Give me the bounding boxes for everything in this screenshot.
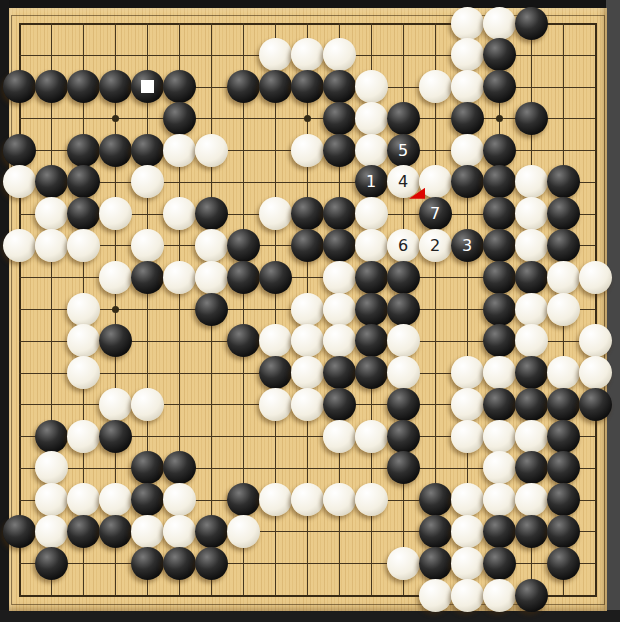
black-stone bbox=[515, 7, 548, 40]
white-stone bbox=[131, 388, 164, 421]
white-stone bbox=[99, 197, 132, 230]
black-stone bbox=[483, 229, 516, 262]
black-stone bbox=[259, 356, 292, 389]
black-stone bbox=[227, 229, 260, 262]
black-stone bbox=[259, 70, 292, 103]
black-stone bbox=[451, 165, 484, 198]
white-stone bbox=[515, 420, 548, 453]
white-stone bbox=[547, 356, 580, 389]
black-stone bbox=[3, 515, 36, 548]
white-stone bbox=[355, 134, 388, 167]
black-stone bbox=[291, 229, 324, 262]
black-stone bbox=[515, 261, 548, 294]
white-stone bbox=[451, 547, 484, 580]
move-number-label: 2 bbox=[419, 229, 452, 262]
black-stone bbox=[323, 356, 356, 389]
black-stone bbox=[483, 165, 516, 198]
black-stone bbox=[227, 324, 260, 357]
black-stone bbox=[547, 165, 580, 198]
black-stone bbox=[387, 293, 420, 326]
black-stone bbox=[99, 515, 132, 548]
black-stone bbox=[67, 515, 100, 548]
black-stone bbox=[483, 134, 516, 167]
black-stone bbox=[355, 324, 388, 357]
move-number-label: 1 bbox=[355, 165, 388, 198]
white-stone bbox=[323, 420, 356, 453]
black-stone bbox=[291, 70, 324, 103]
black-stone bbox=[35, 70, 68, 103]
black-stone bbox=[547, 229, 580, 262]
white-stone bbox=[163, 197, 196, 230]
white-stone: 4 bbox=[387, 165, 420, 198]
black-stone: 5 bbox=[387, 134, 420, 167]
white-stone bbox=[259, 324, 292, 357]
black-stone bbox=[99, 70, 132, 103]
black-stone bbox=[163, 102, 196, 135]
white-stone bbox=[3, 165, 36, 198]
black-stone: 7 bbox=[419, 197, 452, 230]
white-stone bbox=[163, 261, 196, 294]
black-stone bbox=[387, 102, 420, 135]
white-stone bbox=[515, 324, 548, 357]
black-stone bbox=[131, 451, 164, 484]
grid-line-vertical bbox=[595, 23, 597, 597]
black-stone bbox=[323, 197, 356, 230]
move-number-label: 7 bbox=[419, 197, 452, 230]
white-stone bbox=[67, 324, 100, 357]
white-stone bbox=[451, 7, 484, 40]
white-stone bbox=[579, 324, 612, 357]
black-stone bbox=[131, 483, 164, 516]
white-stone bbox=[355, 483, 388, 516]
white-stone bbox=[67, 356, 100, 389]
black-stone bbox=[515, 102, 548, 135]
white-stone bbox=[291, 134, 324, 167]
white-stone bbox=[355, 70, 388, 103]
white-stone bbox=[35, 483, 68, 516]
black-stone bbox=[323, 102, 356, 135]
white-stone bbox=[451, 420, 484, 453]
black-stone bbox=[323, 70, 356, 103]
white-stone bbox=[515, 483, 548, 516]
black-stone bbox=[195, 547, 228, 580]
white-stone: 2 bbox=[419, 229, 452, 262]
black-stone bbox=[131, 261, 164, 294]
white-stone bbox=[35, 229, 68, 262]
white-stone bbox=[163, 134, 196, 167]
white-stone bbox=[515, 293, 548, 326]
white-stone bbox=[259, 388, 292, 421]
white-stone bbox=[451, 483, 484, 516]
white-stone bbox=[67, 483, 100, 516]
white-stone bbox=[547, 293, 580, 326]
white-stone bbox=[483, 7, 516, 40]
white-stone bbox=[35, 197, 68, 230]
white-stone bbox=[323, 38, 356, 71]
black-stone bbox=[387, 451, 420, 484]
black-stone bbox=[515, 356, 548, 389]
white-stone bbox=[195, 134, 228, 167]
white-stone bbox=[387, 356, 420, 389]
white-stone bbox=[355, 420, 388, 453]
black-stone bbox=[163, 70, 196, 103]
white-stone bbox=[451, 388, 484, 421]
white-stone bbox=[195, 261, 228, 294]
black-stone bbox=[35, 165, 68, 198]
black-stone bbox=[355, 293, 388, 326]
white-stone bbox=[323, 483, 356, 516]
white-stone bbox=[579, 261, 612, 294]
white-stone bbox=[483, 356, 516, 389]
black-stone bbox=[483, 547, 516, 580]
black-stone bbox=[163, 547, 196, 580]
go-board[interactable]: 5147623 bbox=[9, 8, 607, 611]
black-stone bbox=[547, 420, 580, 453]
move-number-label: 4 bbox=[387, 165, 420, 198]
white-stone bbox=[579, 356, 612, 389]
white-stone bbox=[67, 420, 100, 453]
black-stone bbox=[3, 70, 36, 103]
page-background-bottom bbox=[0, 610, 620, 622]
black-stone bbox=[195, 293, 228, 326]
star-point bbox=[112, 306, 119, 313]
move-number-label: 3 bbox=[451, 229, 484, 262]
white-stone bbox=[451, 134, 484, 167]
move-number-label: 5 bbox=[387, 134, 420, 167]
black-stone bbox=[483, 38, 516, 71]
black-stone bbox=[131, 134, 164, 167]
black-stone bbox=[483, 324, 516, 357]
white-stone bbox=[483, 483, 516, 516]
black-stone bbox=[419, 483, 452, 516]
white-stone bbox=[291, 293, 324, 326]
black-stone bbox=[3, 134, 36, 167]
black-stone bbox=[515, 579, 548, 612]
white-stone bbox=[131, 515, 164, 548]
black-stone bbox=[387, 388, 420, 421]
white-stone bbox=[419, 579, 452, 612]
white-stone bbox=[163, 515, 196, 548]
white-stone bbox=[259, 197, 292, 230]
white-stone bbox=[515, 165, 548, 198]
move-number-label: 6 bbox=[387, 229, 420, 262]
black-stone bbox=[67, 134, 100, 167]
black-stone bbox=[483, 388, 516, 421]
white-stone bbox=[387, 324, 420, 357]
star-point bbox=[496, 115, 503, 122]
black-stone bbox=[67, 70, 100, 103]
black-stone bbox=[547, 197, 580, 230]
black-stone bbox=[323, 134, 356, 167]
star-point bbox=[304, 115, 311, 122]
white-stone bbox=[451, 70, 484, 103]
white-stone bbox=[451, 515, 484, 548]
white-stone bbox=[35, 451, 68, 484]
white-stone bbox=[323, 293, 356, 326]
white-stone bbox=[483, 579, 516, 612]
black-stone bbox=[547, 483, 580, 516]
white-stone bbox=[3, 229, 36, 262]
black-stone bbox=[227, 70, 260, 103]
black-stone bbox=[419, 515, 452, 548]
black-stone bbox=[483, 293, 516, 326]
white-stone bbox=[99, 388, 132, 421]
black-stone bbox=[195, 515, 228, 548]
black-stone bbox=[451, 102, 484, 135]
white-stone bbox=[131, 165, 164, 198]
white-stone bbox=[131, 229, 164, 262]
black-stone bbox=[291, 197, 324, 230]
white-stone bbox=[419, 70, 452, 103]
black-stone bbox=[547, 388, 580, 421]
black-stone bbox=[387, 261, 420, 294]
black-stone bbox=[387, 420, 420, 453]
white-stone bbox=[387, 547, 420, 580]
white-stone bbox=[291, 388, 324, 421]
black-stone bbox=[483, 515, 516, 548]
black-stone bbox=[323, 388, 356, 421]
black-stone bbox=[35, 547, 68, 580]
star-point bbox=[112, 115, 119, 122]
white-stone bbox=[227, 515, 260, 548]
white-stone bbox=[291, 38, 324, 71]
white-stone bbox=[515, 197, 548, 230]
white-stone: 6 bbox=[387, 229, 420, 262]
white-stone bbox=[35, 515, 68, 548]
black-stone bbox=[99, 324, 132, 357]
black-stone bbox=[515, 388, 548, 421]
black-stone bbox=[483, 261, 516, 294]
black-stone bbox=[483, 70, 516, 103]
black-stone bbox=[547, 515, 580, 548]
black-stone bbox=[419, 547, 452, 580]
black-stone bbox=[323, 229, 356, 262]
white-stone bbox=[355, 229, 388, 262]
black-stone bbox=[515, 515, 548, 548]
white-stone bbox=[259, 483, 292, 516]
white-stone bbox=[483, 420, 516, 453]
white-stone bbox=[355, 197, 388, 230]
white-stone bbox=[483, 451, 516, 484]
black-stone bbox=[547, 451, 580, 484]
black-stone bbox=[355, 356, 388, 389]
black-stone bbox=[195, 197, 228, 230]
white-stone bbox=[195, 229, 228, 262]
white-stone bbox=[451, 579, 484, 612]
white-stone bbox=[99, 483, 132, 516]
black-stone bbox=[35, 420, 68, 453]
black-stone bbox=[259, 261, 292, 294]
white-stone bbox=[67, 229, 100, 262]
white-stone bbox=[515, 229, 548, 262]
white-stone bbox=[291, 483, 324, 516]
black-stone bbox=[515, 451, 548, 484]
white-stone bbox=[451, 38, 484, 71]
black-stone bbox=[547, 547, 580, 580]
black-stone bbox=[227, 483, 260, 516]
grid-line-vertical bbox=[19, 23, 21, 597]
white-stone bbox=[163, 483, 196, 516]
black-stone bbox=[579, 388, 612, 421]
black-stone bbox=[131, 547, 164, 580]
black-stone bbox=[99, 134, 132, 167]
page-background-right bbox=[606, 0, 620, 622]
black-stone bbox=[163, 451, 196, 484]
black-stone: 3 bbox=[451, 229, 484, 262]
black-stone: 1 bbox=[355, 165, 388, 198]
black-stone bbox=[483, 197, 516, 230]
black-stone bbox=[227, 261, 260, 294]
white-square-marker bbox=[141, 80, 154, 93]
white-stone bbox=[99, 261, 132, 294]
black-stone bbox=[99, 420, 132, 453]
white-stone bbox=[451, 356, 484, 389]
black-stone bbox=[355, 261, 388, 294]
white-stone bbox=[291, 356, 324, 389]
white-stone bbox=[355, 102, 388, 135]
white-stone bbox=[291, 324, 324, 357]
white-stone bbox=[259, 38, 292, 71]
black-stone bbox=[67, 165, 100, 198]
white-stone bbox=[323, 324, 356, 357]
white-stone bbox=[67, 293, 100, 326]
white-stone bbox=[323, 261, 356, 294]
black-stone bbox=[67, 197, 100, 230]
white-stone bbox=[547, 261, 580, 294]
